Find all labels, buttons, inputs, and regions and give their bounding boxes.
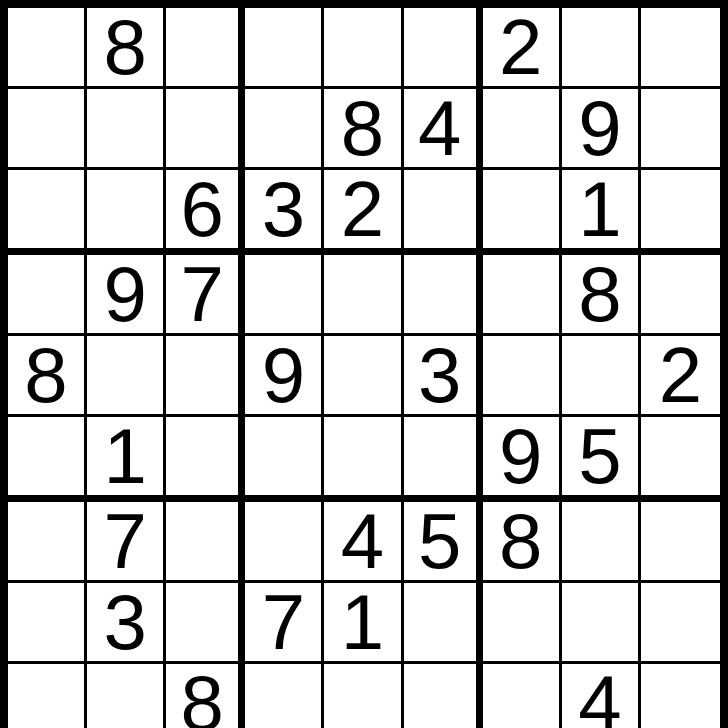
cell-r6c5[interactable] [324, 417, 403, 502]
cell-r7c9[interactable] [641, 502, 720, 583]
cell-r6c2[interactable]: 1 [87, 417, 166, 502]
cell-r6c1[interactable] [8, 417, 87, 502]
cell-r7c3[interactable] [166, 502, 245, 583]
cell-r2c9[interactable] [641, 89, 720, 170]
cell-r3c7[interactable] [483, 170, 562, 255]
cell-r7c7[interactable]: 8 [483, 502, 562, 583]
cell-r2c1[interactable] [8, 89, 87, 170]
cell-r6c7[interactable]: 9 [483, 417, 562, 502]
cell-r4c3[interactable]: 7 [166, 255, 245, 336]
cell-r7c2[interactable]: 7 [87, 502, 166, 583]
cell-r2c5[interactable]: 8 [324, 89, 403, 170]
cell-r1c8[interactable] [562, 8, 641, 89]
cell-r1c5[interactable] [324, 8, 403, 89]
cell-r9c2[interactable] [87, 664, 166, 728]
cell-r2c4[interactable] [245, 89, 324, 170]
cell-r5c9[interactable]: 2 [641, 336, 720, 417]
cell-r5c6[interactable]: 3 [404, 336, 483, 417]
cell-r8c2[interactable]: 3 [87, 583, 166, 664]
cell-r2c8[interactable]: 9 [562, 89, 641, 170]
cell-r4c5[interactable] [324, 255, 403, 336]
cell-r8c8[interactable] [562, 583, 641, 664]
cell-r4c4[interactable] [245, 255, 324, 336]
cell-r9c5[interactable] [324, 664, 403, 728]
cell-r1c4[interactable] [245, 8, 324, 89]
cell-r6c4[interactable] [245, 417, 324, 502]
cell-r7c1[interactable] [8, 502, 87, 583]
cell-r9c7[interactable] [483, 664, 562, 728]
cell-r4c6[interactable] [404, 255, 483, 336]
cell-r8c4[interactable]: 7 [245, 583, 324, 664]
cell-r7c4[interactable] [245, 502, 324, 583]
cell-r3c4[interactable]: 3 [245, 170, 324, 255]
cell-r1c9[interactable] [641, 8, 720, 89]
cell-r7c5[interactable]: 4 [324, 502, 403, 583]
cell-r3c1[interactable] [8, 170, 87, 255]
cell-r4c1[interactable] [8, 255, 87, 336]
cell-r8c7[interactable] [483, 583, 562, 664]
cell-r6c3[interactable] [166, 417, 245, 502]
cell-r8c1[interactable] [8, 583, 87, 664]
cell-r5c8[interactable] [562, 336, 641, 417]
cell-r1c3[interactable] [166, 8, 245, 89]
cell-r1c6[interactable] [404, 8, 483, 89]
cell-r2c6[interactable]: 4 [404, 89, 483, 170]
cell-r7c6[interactable]: 5 [404, 502, 483, 583]
cell-r3c8[interactable]: 1 [562, 170, 641, 255]
cell-r5c7[interactable] [483, 336, 562, 417]
cell-r5c2[interactable] [87, 336, 166, 417]
cell-r3c6[interactable] [404, 170, 483, 255]
cell-r9c4[interactable] [245, 664, 324, 728]
cell-r8c6[interactable] [404, 583, 483, 664]
cell-r1c7[interactable]: 2 [483, 8, 562, 89]
cell-r9c1[interactable] [8, 664, 87, 728]
cell-r4c2[interactable]: 9 [87, 255, 166, 336]
cell-r3c3[interactable]: 6 [166, 170, 245, 255]
cell-r4c8[interactable]: 8 [562, 255, 641, 336]
cell-r2c2[interactable] [87, 89, 166, 170]
cell-r6c9[interactable] [641, 417, 720, 502]
cell-r3c5[interactable]: 2 [324, 170, 403, 255]
cell-r3c9[interactable] [641, 170, 720, 255]
cell-r5c4[interactable]: 9 [245, 336, 324, 417]
cell-r5c5[interactable] [324, 336, 403, 417]
cell-r1c1[interactable] [8, 8, 87, 89]
cell-r6c8[interactable]: 5 [562, 417, 641, 502]
cell-r8c3[interactable] [166, 583, 245, 664]
cell-r2c3[interactable] [166, 89, 245, 170]
cell-r4c7[interactable] [483, 255, 562, 336]
cell-r5c1[interactable]: 8 [8, 336, 87, 417]
cell-r8c9[interactable] [641, 583, 720, 664]
cell-r9c8[interactable]: 4 [562, 664, 641, 728]
cell-r9c9[interactable] [641, 664, 720, 728]
cell-r6c6[interactable] [404, 417, 483, 502]
cell-r5c3[interactable] [166, 336, 245, 417]
cell-r2c7[interactable] [483, 89, 562, 170]
cell-r1c2[interactable]: 8 [87, 8, 166, 89]
cell-r3c2[interactable] [87, 170, 166, 255]
cell-r9c6[interactable] [404, 664, 483, 728]
cell-r8c5[interactable]: 1 [324, 583, 403, 664]
cell-r9c3[interactable]: 8 [166, 664, 245, 728]
cell-r4c9[interactable] [641, 255, 720, 336]
sudoku-board: 8284963219788932195745837184 [0, 0, 728, 728]
cell-r7c8[interactable] [562, 502, 641, 583]
